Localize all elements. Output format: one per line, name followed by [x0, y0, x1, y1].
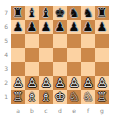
square-c3[interactable]	[39, 62, 53, 76]
square-d1[interactable]: ♔	[53, 90, 67, 104]
square-c4[interactable]	[39, 48, 53, 62]
square-e7[interactable]: ♞	[67, 6, 81, 20]
square-e2[interactable]: ♙	[67, 76, 81, 90]
black-pawn: ♟	[69, 20, 80, 34]
square-a4[interactable]	[11, 48, 25, 62]
rank-label-6: 6	[0, 20, 10, 34]
square-b3[interactable]	[25, 62, 39, 76]
white-rook: ♖	[13, 90, 24, 104]
square-c5[interactable]	[39, 34, 53, 48]
square-a2[interactable]: ♙	[11, 76, 25, 90]
square-g3[interactable]	[95, 62, 109, 76]
white-pawn: ♙	[83, 76, 94, 90]
square-e4[interactable]	[67, 48, 81, 62]
square-f6[interactable]: ♟	[81, 20, 95, 34]
white-king: ♔	[55, 90, 66, 104]
square-b5[interactable]	[25, 34, 39, 48]
file-label-b: b	[25, 104, 39, 118]
white-pawn: ♙	[97, 76, 108, 90]
black-king: ♚	[55, 6, 66, 20]
black-knight: ♞	[69, 6, 80, 20]
white-bishop: ♗	[41, 90, 52, 104]
black-pawn: ♟	[41, 20, 52, 34]
square-c6[interactable]: ♟	[39, 20, 53, 34]
square-f7[interactable]: ♞	[81, 6, 95, 20]
square-f2[interactable]: ♙	[81, 76, 95, 90]
square-d5[interactable]	[53, 34, 67, 48]
black-bishop: ♝	[41, 6, 52, 20]
black-pawn: ♟	[27, 20, 38, 34]
square-c7[interactable]: ♝	[39, 6, 53, 20]
white-rook: ♖	[97, 90, 108, 104]
square-g5[interactable]	[95, 34, 109, 48]
black-knight: ♞	[83, 6, 94, 20]
square-g4[interactable]	[95, 48, 109, 62]
square-d6[interactable]: ♟	[53, 20, 67, 34]
square-b2[interactable]: ♙	[25, 76, 39, 90]
square-b4[interactable]	[25, 48, 39, 62]
square-b7[interactable]: ♝	[25, 6, 39, 20]
square-f3[interactable]	[81, 62, 95, 76]
rank-label-5: 5	[0, 34, 10, 48]
square-b6[interactable]: ♟	[25, 20, 39, 34]
square-a1[interactable]: ♖	[11, 90, 25, 104]
white-pawn: ♙	[55, 76, 66, 90]
square-d7[interactable]: ♚	[53, 6, 67, 20]
rank-label-1: 1	[0, 90, 10, 104]
file-labels: abcdefg	[11, 104, 109, 118]
file-label-f: f	[81, 104, 95, 118]
white-pawn: ♙	[13, 76, 24, 90]
black-pawn: ♟	[83, 20, 94, 34]
file-label-a: a	[11, 104, 25, 118]
rank-label-4: 4	[0, 48, 10, 62]
square-d4[interactable]	[53, 48, 67, 62]
white-pawn: ♙	[41, 76, 52, 90]
square-f5[interactable]	[81, 34, 95, 48]
square-g2[interactable]: ♙	[95, 76, 109, 90]
rank-labels: 7654321	[0, 6, 10, 104]
rank-label-2: 2	[0, 76, 10, 90]
black-rook: ♜	[13, 6, 24, 20]
white-knight: ♘	[69, 90, 80, 104]
square-d3[interactable]	[53, 62, 67, 76]
square-e6[interactable]: ♟	[67, 20, 81, 34]
square-f1[interactable]: ♘	[81, 90, 95, 104]
white-knight: ♘	[83, 90, 94, 104]
square-c1[interactable]: ♗	[39, 90, 53, 104]
black-pawn: ♟	[97, 20, 108, 34]
black-bishop: ♝	[27, 6, 38, 20]
square-e1[interactable]: ♘	[67, 90, 81, 104]
square-g6[interactable]: ♟	[95, 20, 109, 34]
square-c2[interactable]: ♙	[39, 76, 53, 90]
file-label-c: c	[39, 104, 53, 118]
rank-label-7: 7	[0, 6, 10, 20]
rank-label-3: 3	[0, 62, 10, 76]
white-pawn: ♙	[69, 76, 80, 90]
square-f4[interactable]	[81, 48, 95, 62]
square-g7[interactable]: ♜	[95, 6, 109, 20]
file-label-g: g	[95, 104, 109, 118]
black-pawn: ♟	[13, 20, 24, 34]
square-g1[interactable]: ♖	[95, 90, 109, 104]
white-bishop: ♗	[27, 90, 38, 104]
board: ♜♝♝♚♞♞♜♟♟♟♟♟♟♟♙♙♙♙♙♙♙♖♗♗♔♘♘♖	[11, 6, 109, 104]
square-d2[interactable]: ♙	[53, 76, 67, 90]
file-label-e: e	[67, 104, 81, 118]
black-pawn: ♟	[55, 20, 66, 34]
square-b1[interactable]: ♗	[25, 90, 39, 104]
square-a3[interactable]	[11, 62, 25, 76]
square-a7[interactable]: ♜	[11, 6, 25, 20]
square-a5[interactable]	[11, 34, 25, 48]
square-a6[interactable]: ♟	[11, 20, 25, 34]
black-rook: ♜	[97, 6, 108, 20]
file-label-d: d	[53, 104, 67, 118]
square-e5[interactable]	[67, 34, 81, 48]
white-pawn: ♙	[27, 76, 38, 90]
square-e3[interactable]	[67, 62, 81, 76]
